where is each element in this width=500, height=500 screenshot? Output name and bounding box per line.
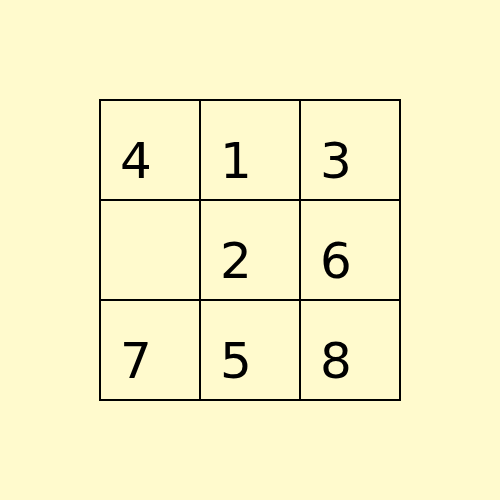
tile-3[interactable]: 3 [301,101,399,199]
tile-label: 6 [320,236,352,286]
tile-7[interactable]: 7 [101,301,199,399]
tile-6[interactable]: 6 [301,201,399,299]
tile-8[interactable]: 8 [301,301,399,399]
tile-label: 7 [120,336,152,386]
tile-1[interactable]: 1 [201,101,299,199]
tile-2[interactable]: 2 [201,201,299,299]
tile-5[interactable]: 5 [201,301,299,399]
tile-label: 3 [320,136,352,186]
tile-label: 2 [220,236,252,286]
tile-label: 5 [220,336,252,386]
puzzle-board: 4 1 3 2 6 7 5 8 [99,99,401,401]
tile-label: 8 [320,336,352,386]
empty-cell [101,201,199,299]
tile-label: 1 [220,136,252,186]
tile-4[interactable]: 4 [101,101,199,199]
tile-label: 4 [120,136,152,186]
